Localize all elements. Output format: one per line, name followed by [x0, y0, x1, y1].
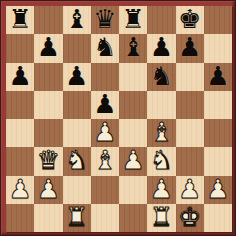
piece-black-pawn[interactable]: ♟	[178, 34, 201, 60]
square-c1[interactable]: ♜	[63, 204, 91, 232]
square-f2[interactable]: ♟	[147, 176, 175, 204]
square-g6[interactable]	[176, 63, 204, 91]
square-h6[interactable]: ♟	[204, 63, 232, 91]
piece-white-rook[interactable]: ♜	[65, 204, 88, 230]
square-d8[interactable]: ♛	[91, 6, 119, 34]
square-d3[interactable]: ♝	[91, 147, 119, 175]
square-e3[interactable]: ♟	[119, 147, 147, 175]
square-a4[interactable]	[6, 119, 34, 147]
piece-white-bishop[interactable]: ♝	[93, 147, 116, 173]
square-a8[interactable]: ♜	[6, 6, 34, 34]
piece-black-pawn[interactable]: ♟	[65, 63, 88, 89]
square-b3[interactable]: ♛	[34, 147, 62, 175]
piece-white-knight[interactable]: ♞	[65, 147, 88, 173]
square-h7[interactable]	[204, 34, 232, 62]
square-c2[interactable]	[63, 176, 91, 204]
square-a7[interactable]	[6, 34, 34, 62]
square-g3[interactable]	[176, 147, 204, 175]
square-f4[interactable]: ♝	[147, 119, 175, 147]
piece-white-pawn[interactable]: ♟	[206, 176, 229, 202]
piece-white-pawn[interactable]: ♟	[178, 176, 201, 202]
piece-black-knight[interactable]: ♞	[93, 34, 116, 60]
square-d6[interactable]	[91, 63, 119, 91]
square-e2[interactable]	[119, 176, 147, 204]
square-h5[interactable]	[204, 91, 232, 119]
square-a3[interactable]	[6, 147, 34, 175]
square-b6[interactable]	[34, 63, 62, 91]
square-h2[interactable]: ♟	[204, 176, 232, 204]
square-g1[interactable]: ♚	[176, 204, 204, 232]
square-c5[interactable]	[63, 91, 91, 119]
square-h4[interactable]	[204, 119, 232, 147]
square-f3[interactable]: ♞	[147, 147, 175, 175]
square-d5[interactable]: ♟	[91, 91, 119, 119]
square-d7[interactable]: ♞	[91, 34, 119, 62]
square-b4[interactable]	[34, 119, 62, 147]
square-e7[interactable]: ♝	[119, 34, 147, 62]
piece-black-pawn[interactable]: ♟	[37, 34, 60, 60]
piece-white-pawn[interactable]: ♟	[37, 176, 60, 202]
square-e6[interactable]	[119, 63, 147, 91]
piece-white-pawn[interactable]: ♟	[150, 176, 173, 202]
square-g2[interactable]: ♟	[176, 176, 204, 204]
piece-white-bishop[interactable]: ♝	[150, 119, 173, 145]
square-a6[interactable]: ♟	[6, 63, 34, 91]
square-g7[interactable]: ♟	[176, 34, 204, 62]
square-f6[interactable]: ♞	[147, 63, 175, 91]
square-a1[interactable]	[6, 204, 34, 232]
piece-black-pawn[interactable]: ♟	[150, 34, 173, 60]
square-g5[interactable]	[176, 91, 204, 119]
piece-white-queen[interactable]: ♛	[37, 147, 60, 173]
board-frame: ♜♝♛♜♚♟♞♝♟♟♟♟♞♟♟♟♝♛♞♝♟♞♟♟♟♟♟♜♜♚	[0, 0, 236, 236]
square-d1[interactable]	[91, 204, 119, 232]
square-f7[interactable]: ♟	[147, 34, 175, 62]
square-b8[interactable]	[34, 6, 62, 34]
piece-white-knight[interactable]: ♞	[150, 147, 173, 173]
square-c8[interactable]: ♝	[63, 6, 91, 34]
square-f1[interactable]: ♜	[147, 204, 175, 232]
square-e1[interactable]	[119, 204, 147, 232]
square-g4[interactable]	[176, 119, 204, 147]
square-b7[interactable]: ♟	[34, 34, 62, 62]
square-c3[interactable]: ♞	[63, 147, 91, 175]
square-b1[interactable]	[34, 204, 62, 232]
piece-black-pawn[interactable]: ♟	[206, 63, 229, 89]
square-d2[interactable]	[91, 176, 119, 204]
square-c4[interactable]	[63, 119, 91, 147]
square-g8[interactable]: ♚	[176, 6, 204, 34]
piece-white-king[interactable]: ♚	[178, 204, 201, 230]
piece-black-king[interactable]: ♚	[178, 6, 201, 32]
piece-white-rook[interactable]: ♜	[150, 204, 173, 230]
square-h3[interactable]	[204, 147, 232, 175]
square-a2[interactable]: ♟	[6, 176, 34, 204]
piece-black-pawn[interactable]: ♟	[93, 91, 116, 117]
square-h8[interactable]	[204, 6, 232, 34]
square-c7[interactable]	[63, 34, 91, 62]
square-c6[interactable]: ♟	[63, 63, 91, 91]
square-a5[interactable]	[6, 91, 34, 119]
piece-white-pawn[interactable]: ♟	[121, 147, 144, 173]
square-h1[interactable]	[204, 204, 232, 232]
square-b2[interactable]: ♟	[34, 176, 62, 204]
square-b5[interactable]	[34, 91, 62, 119]
piece-black-rook[interactable]: ♜	[121, 6, 144, 32]
square-e4[interactable]	[119, 119, 147, 147]
piece-black-bishop[interactable]: ♝	[121, 34, 144, 60]
piece-black-queen[interactable]: ♛	[93, 6, 116, 32]
chess-board: ♜♝♛♜♚♟♞♝♟♟♟♟♞♟♟♟♝♛♞♝♟♞♟♟♟♟♟♜♜♚	[6, 6, 232, 232]
piece-black-knight[interactable]: ♞	[150, 63, 173, 89]
piece-black-bishop[interactable]: ♝	[65, 6, 88, 32]
piece-black-rook[interactable]: ♜	[8, 6, 31, 32]
piece-white-pawn[interactable]: ♟	[93, 119, 116, 145]
piece-white-pawn[interactable]: ♟	[8, 176, 31, 202]
piece-black-pawn[interactable]: ♟	[8, 63, 31, 89]
square-f8[interactable]	[147, 6, 175, 34]
square-d4[interactable]: ♟	[91, 119, 119, 147]
square-e5[interactable]	[119, 91, 147, 119]
square-f5[interactable]	[147, 91, 175, 119]
square-e8[interactable]: ♜	[119, 6, 147, 34]
